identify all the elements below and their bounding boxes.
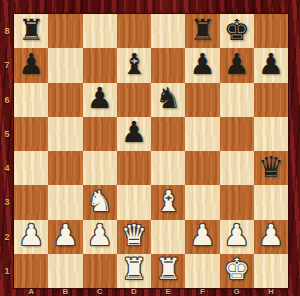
- black-pawn: ♟: [121, 118, 147, 147]
- black-pawn: ♟: [258, 50, 284, 79]
- square-a6[interactable]: [14, 83, 48, 117]
- square-f4[interactable]: [185, 151, 219, 185]
- square-h4[interactable]: ♛: [254, 151, 288, 185]
- square-g5[interactable]: [220, 117, 254, 151]
- square-d5[interactable]: ♟: [117, 117, 151, 151]
- square-c5[interactable]: [83, 117, 117, 151]
- file-label-d: D: [117, 287, 151, 296]
- square-g8[interactable]: ♚: [220, 14, 254, 48]
- white-pawn: ♟: [189, 221, 215, 250]
- square-f6[interactable]: [185, 83, 219, 117]
- white-queen: ♛: [121, 221, 147, 250]
- square-e3[interactable]: ♝: [151, 185, 185, 219]
- black-pawn: ♟: [189, 50, 215, 79]
- square-g1[interactable]: ♚: [220, 254, 254, 288]
- square-c6[interactable]: ♟: [83, 83, 117, 117]
- square-c2[interactable]: ♟: [83, 220, 117, 254]
- white-pawn: ♟: [18, 221, 44, 250]
- square-c4[interactable]: [83, 151, 117, 185]
- square-b2[interactable]: ♟: [48, 220, 82, 254]
- white-pawn: ♟: [87, 221, 113, 250]
- rank-labels: 87654321: [0, 14, 14, 288]
- square-d8[interactable]: [117, 14, 151, 48]
- black-knight: ♞: [155, 84, 181, 113]
- square-g7[interactable]: ♟: [220, 48, 254, 82]
- square-a7[interactable]: ♟: [14, 48, 48, 82]
- square-h5[interactable]: [254, 117, 288, 151]
- square-h2[interactable]: ♟: [254, 220, 288, 254]
- square-c8[interactable]: [83, 14, 117, 48]
- square-f7[interactable]: ♟: [185, 48, 219, 82]
- square-g4[interactable]: [220, 151, 254, 185]
- square-b7[interactable]: [48, 48, 82, 82]
- rank-label-8: 8: [0, 14, 14, 48]
- rank-label-2: 2: [0, 220, 14, 254]
- file-label-g: G: [220, 287, 254, 296]
- square-f1[interactable]: [185, 254, 219, 288]
- square-h6[interactable]: [254, 83, 288, 117]
- black-rook: ♜: [189, 16, 215, 45]
- square-a2[interactable]: ♟: [14, 220, 48, 254]
- white-knight: ♞: [87, 187, 113, 216]
- square-e5[interactable]: [151, 117, 185, 151]
- black-pawn: ♟: [87, 84, 113, 113]
- white-king: ♚: [224, 255, 250, 284]
- square-b8[interactable]: [48, 14, 82, 48]
- square-c3[interactable]: ♞: [83, 185, 117, 219]
- file-label-f: F: [185, 287, 219, 296]
- square-c7[interactable]: [83, 48, 117, 82]
- square-g2[interactable]: ♟: [220, 220, 254, 254]
- square-h3[interactable]: [254, 185, 288, 219]
- square-b1[interactable]: [48, 254, 82, 288]
- square-h8[interactable]: [254, 14, 288, 48]
- square-f5[interactable]: [185, 117, 219, 151]
- square-b3[interactable]: [48, 185, 82, 219]
- rank-label-7: 7: [0, 48, 14, 82]
- square-f8[interactable]: ♜: [185, 14, 219, 48]
- square-d4[interactable]: [117, 151, 151, 185]
- white-bishop: ♝: [155, 187, 181, 216]
- file-label-c: C: [83, 287, 117, 296]
- black-rook: ♜: [18, 16, 44, 45]
- square-e1[interactable]: ♜: [151, 254, 185, 288]
- square-a5[interactable]: [14, 117, 48, 151]
- rank-label-4: 4: [0, 151, 14, 185]
- white-rook: ♜: [121, 255, 147, 284]
- file-label-e: E: [151, 287, 185, 296]
- square-e4[interactable]: [151, 151, 185, 185]
- square-d6[interactable]: [117, 83, 151, 117]
- square-b5[interactable]: [48, 117, 82, 151]
- rank-label-3: 3: [0, 185, 14, 219]
- square-h7[interactable]: ♟: [254, 48, 288, 82]
- square-e2[interactable]: [151, 220, 185, 254]
- black-bishop: ♝: [121, 50, 147, 79]
- square-d7[interactable]: ♝: [117, 48, 151, 82]
- chess-board: ♜♜♚♟♝♟♟♟♟♞♟♛♞♝♟♟♟♛♟♟♟♜♜♚: [14, 14, 288, 288]
- file-labels: ABCDEFGH: [14, 287, 288, 296]
- black-pawn: ♟: [18, 50, 44, 79]
- white-pawn: ♟: [224, 221, 250, 250]
- black-pawn: ♟: [224, 50, 250, 79]
- square-f2[interactable]: ♟: [185, 220, 219, 254]
- square-a8[interactable]: ♜: [14, 14, 48, 48]
- rank-label-6: 6: [0, 83, 14, 117]
- file-label-a: A: [14, 287, 48, 296]
- square-h1[interactable]: [254, 254, 288, 288]
- white-rook: ♜: [155, 255, 181, 284]
- square-b6[interactable]: [48, 83, 82, 117]
- square-f3[interactable]: [185, 185, 219, 219]
- square-e7[interactable]: [151, 48, 185, 82]
- square-a3[interactable]: [14, 185, 48, 219]
- square-b4[interactable]: [48, 151, 82, 185]
- square-e8[interactable]: [151, 14, 185, 48]
- square-g3[interactable]: [220, 185, 254, 219]
- square-a1[interactable]: [14, 254, 48, 288]
- square-a4[interactable]: [14, 151, 48, 185]
- file-label-b: B: [48, 287, 82, 296]
- square-d1[interactable]: ♜: [117, 254, 151, 288]
- square-e6[interactable]: ♞: [151, 83, 185, 117]
- black-queen: ♛: [258, 153, 284, 182]
- white-pawn: ♟: [258, 221, 284, 250]
- square-g6[interactable]: [220, 83, 254, 117]
- white-pawn: ♟: [52, 221, 78, 250]
- rank-label-1: 1: [0, 254, 14, 288]
- rank-label-5: 5: [0, 117, 14, 151]
- square-c1[interactable]: [83, 254, 117, 288]
- square-d3[interactable]: [117, 185, 151, 219]
- square-d2[interactable]: ♛: [117, 220, 151, 254]
- chess-board-frame: ♜♜♚♟♝♟♟♟♟♞♟♛♞♝♟♟♟♛♟♟♟♜♜♚ 87654321 ABCDEF…: [0, 0, 300, 296]
- file-label-h: H: [254, 287, 288, 296]
- black-king: ♚: [224, 16, 250, 45]
